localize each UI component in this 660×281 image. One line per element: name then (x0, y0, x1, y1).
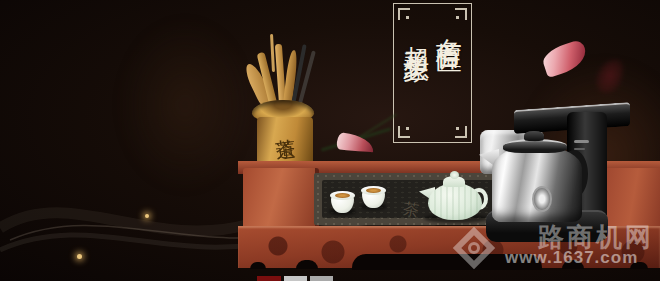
watermark-logo (452, 226, 496, 270)
banner-stage: 名檀百匠 超乎想象 茶道 茶 (0, 0, 660, 281)
watermark-url: www.1637.com (505, 248, 638, 268)
sparkle-icon (145, 214, 149, 218)
tea-in-cup (335, 193, 350, 198)
carousel-indicator-active[interactable] (257, 276, 281, 281)
frame-corner-ornament (398, 8, 411, 21)
frame-corner-ornament (454, 125, 467, 138)
watermark-ring-icon (468, 242, 480, 254)
apron-notch (250, 262, 266, 269)
slogan-panel: 名檀百匠 超乎想象 (393, 3, 472, 143)
tea-utensil-stick (270, 34, 275, 72)
kettle-lid-knob (524, 131, 544, 141)
slogan-left-column: 超乎想象 (404, 25, 430, 41)
stem-blur (355, 113, 397, 140)
stone-engraving: 茶 (406, 187, 422, 193)
tea-in-cup (366, 188, 381, 193)
kettle-badge (532, 186, 552, 212)
sparkle-icon (77, 254, 82, 259)
apron-notch (296, 260, 318, 269)
post-button[interactable] (574, 140, 589, 143)
frame-corner-ornament (398, 125, 411, 138)
slogan-right-column: 名檀百匠 (436, 17, 462, 33)
teapot-body (428, 183, 482, 220)
teapot-knob (450, 171, 459, 179)
kettle-body (492, 146, 582, 222)
carousel-indicator[interactable] (284, 276, 307, 281)
tray-left-block (243, 168, 319, 232)
carousel-indicator[interactable] (310, 276, 333, 281)
background-glow-center (120, 20, 250, 190)
holder-inscription: 茶道 (273, 122, 293, 126)
kettle-lid (503, 139, 567, 153)
